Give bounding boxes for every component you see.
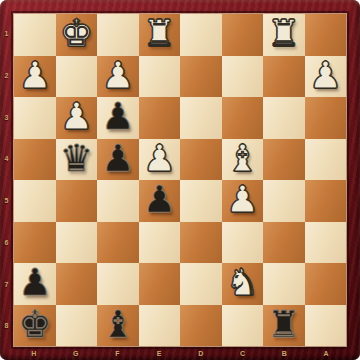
white-rook-e1[interactable]: ♜ bbox=[143, 15, 176, 52]
black-pawn-f4[interactable]: ♟ bbox=[101, 140, 134, 177]
square-d5[interactable] bbox=[180, 180, 222, 222]
square-c7[interactable]: ♞ bbox=[222, 263, 264, 305]
white-pawn-a2[interactable]: ♟ bbox=[309, 57, 342, 94]
square-d7[interactable] bbox=[180, 263, 222, 305]
square-d4[interactable] bbox=[180, 139, 222, 181]
rank-label-1: 1 bbox=[0, 13, 13, 55]
square-d3[interactable] bbox=[180, 97, 222, 139]
square-e8[interactable] bbox=[139, 305, 181, 347]
square-d2[interactable] bbox=[180, 56, 222, 98]
file-label-d: D bbox=[180, 347, 222, 360]
black-pawn-f3[interactable]: ♟ bbox=[101, 98, 134, 135]
white-pawn-g3[interactable]: ♟ bbox=[60, 98, 93, 135]
square-g8[interactable] bbox=[56, 305, 98, 347]
black-rook-b8[interactable]: ♜ bbox=[267, 306, 300, 343]
square-c3[interactable] bbox=[222, 97, 264, 139]
square-c5[interactable]: ♟ bbox=[222, 180, 264, 222]
black-pawn-e5[interactable]: ♟ bbox=[143, 181, 176, 218]
square-e2[interactable] bbox=[139, 56, 181, 98]
square-h7[interactable]: ♟ bbox=[14, 263, 56, 305]
square-g7[interactable] bbox=[56, 263, 98, 305]
square-a2[interactable]: ♟ bbox=[305, 56, 347, 98]
square-e4[interactable]: ♟ bbox=[139, 139, 181, 181]
square-c2[interactable] bbox=[222, 56, 264, 98]
square-e3[interactable] bbox=[139, 97, 181, 139]
square-a4[interactable] bbox=[305, 139, 347, 181]
square-f8[interactable]: ♝ bbox=[97, 305, 139, 347]
chess-app: ♚♜♜♟♟♟♟♟♛♟♟♝♟♟♟♞♚♝♜ 12345678 HGFEDCBA bbox=[0, 0, 360, 360]
square-f7[interactable] bbox=[97, 263, 139, 305]
white-bishop-c4[interactable]: ♝ bbox=[226, 140, 259, 177]
rank-label-5: 5 bbox=[0, 180, 13, 222]
square-a7[interactable] bbox=[305, 263, 347, 305]
square-e1[interactable]: ♜ bbox=[139, 14, 181, 56]
square-e6[interactable] bbox=[139, 222, 181, 264]
square-a5[interactable] bbox=[305, 180, 347, 222]
square-f4[interactable]: ♟ bbox=[97, 139, 139, 181]
rank-label-4: 4 bbox=[0, 138, 13, 180]
square-c6[interactable] bbox=[222, 222, 264, 264]
square-b8[interactable]: ♜ bbox=[263, 305, 305, 347]
file-label-g: G bbox=[55, 347, 97, 360]
square-f5[interactable] bbox=[97, 180, 139, 222]
square-h1[interactable] bbox=[14, 14, 56, 56]
square-h2[interactable]: ♟ bbox=[14, 56, 56, 98]
white-rook-b1[interactable]: ♜ bbox=[267, 15, 300, 52]
square-a3[interactable] bbox=[305, 97, 347, 139]
square-h3[interactable] bbox=[14, 97, 56, 139]
white-pawn-f2[interactable]: ♟ bbox=[101, 57, 134, 94]
chessboard: ♚♜♜♟♟♟♟♟♛♟♟♝♟♟♟♞♚♝♜ bbox=[13, 13, 347, 347]
file-label-e: E bbox=[138, 347, 180, 360]
rank-label-8: 8 bbox=[0, 305, 13, 347]
square-g4[interactable]: ♛ bbox=[56, 139, 98, 181]
square-g2[interactable] bbox=[56, 56, 98, 98]
white-king-g1[interactable]: ♚ bbox=[60, 15, 93, 52]
square-e7[interactable] bbox=[139, 263, 181, 305]
square-e5[interactable]: ♟ bbox=[139, 180, 181, 222]
square-h5[interactable] bbox=[14, 180, 56, 222]
white-pawn-h2[interactable]: ♟ bbox=[18, 57, 51, 94]
square-g1[interactable]: ♚ bbox=[56, 14, 98, 56]
white-pawn-c5[interactable]: ♟ bbox=[226, 181, 259, 218]
square-d6[interactable] bbox=[180, 222, 222, 264]
square-b5[interactable] bbox=[263, 180, 305, 222]
square-a6[interactable] bbox=[305, 222, 347, 264]
black-bishop-f8[interactable]: ♝ bbox=[101, 306, 134, 343]
square-b3[interactable] bbox=[263, 97, 305, 139]
rank-label-6: 6 bbox=[0, 222, 13, 264]
square-h8[interactable]: ♚ bbox=[14, 305, 56, 347]
file-label-f: F bbox=[97, 347, 139, 360]
square-d1[interactable] bbox=[180, 14, 222, 56]
file-label-b: B bbox=[264, 347, 306, 360]
square-c1[interactable] bbox=[222, 14, 264, 56]
file-label-h: H bbox=[13, 347, 55, 360]
square-f6[interactable] bbox=[97, 222, 139, 264]
white-pawn-e4[interactable]: ♟ bbox=[143, 140, 176, 177]
square-b2[interactable] bbox=[263, 56, 305, 98]
file-label-a: A bbox=[305, 347, 347, 360]
square-h6[interactable] bbox=[14, 222, 56, 264]
rank-label-3: 3 bbox=[0, 97, 13, 139]
square-c4[interactable]: ♝ bbox=[222, 139, 264, 181]
square-b7[interactable] bbox=[263, 263, 305, 305]
rank-label-7: 7 bbox=[0, 264, 13, 306]
rank-label-2: 2 bbox=[0, 55, 13, 97]
square-g5[interactable] bbox=[56, 180, 98, 222]
square-b6[interactable] bbox=[263, 222, 305, 264]
black-pawn-h7[interactable]: ♟ bbox=[18, 264, 51, 301]
square-h4[interactable] bbox=[14, 139, 56, 181]
square-b4[interactable] bbox=[263, 139, 305, 181]
file-label-c: C bbox=[222, 347, 264, 360]
square-d8[interactable] bbox=[180, 305, 222, 347]
black-king-h8[interactable]: ♚ bbox=[18, 306, 51, 343]
square-f2[interactable]: ♟ bbox=[97, 56, 139, 98]
white-knight-c7[interactable]: ♞ bbox=[226, 264, 259, 301]
square-f1[interactable] bbox=[97, 14, 139, 56]
square-b1[interactable]: ♜ bbox=[263, 14, 305, 56]
black-queen-g4[interactable]: ♛ bbox=[60, 140, 93, 177]
square-f3[interactable]: ♟ bbox=[97, 97, 139, 139]
square-a1[interactable] bbox=[305, 14, 347, 56]
square-a8[interactable] bbox=[305, 305, 347, 347]
square-g6[interactable] bbox=[56, 222, 98, 264]
square-c8[interactable] bbox=[222, 305, 264, 347]
square-g3[interactable]: ♟ bbox=[56, 97, 98, 139]
